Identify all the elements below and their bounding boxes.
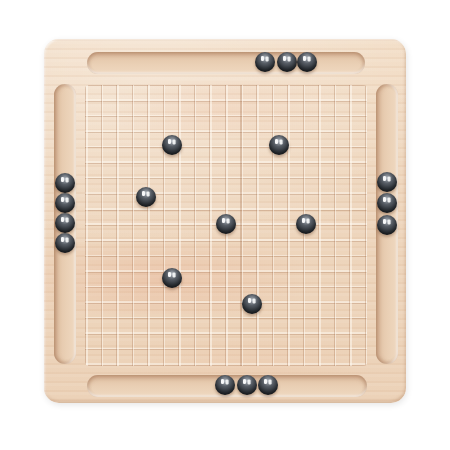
marble-tray-bottom[interactable]: [258, 375, 278, 395]
marble-layer: [0, 0, 450, 450]
marble-tray-bottom[interactable]: [237, 375, 257, 395]
marble-tray-top[interactable]: [277, 52, 297, 72]
marble-board[interactable]: [162, 268, 182, 288]
marble-tray-left[interactable]: [55, 193, 75, 213]
marble-tray-right[interactable]: [377, 215, 397, 235]
marble-tray-left[interactable]: [55, 213, 75, 233]
marble-tray-left[interactable]: [55, 173, 75, 193]
marble-board[interactable]: [296, 214, 316, 234]
marble-tray-top[interactable]: [255, 52, 275, 72]
marble-tray-left[interactable]: [55, 233, 75, 253]
marble-board[interactable]: [242, 294, 262, 314]
product-photo-stage: [0, 0, 450, 450]
marble-tray-top[interactable]: [297, 52, 317, 72]
marble-board[interactable]: [216, 214, 236, 234]
marble-board[interactable]: [162, 135, 182, 155]
marble-tray-right[interactable]: [377, 193, 397, 213]
marble-tray-bottom[interactable]: [215, 375, 235, 395]
marble-board[interactable]: [269, 135, 289, 155]
marble-tray-right[interactable]: [377, 172, 397, 192]
marble-board[interactable]: [136, 187, 156, 207]
